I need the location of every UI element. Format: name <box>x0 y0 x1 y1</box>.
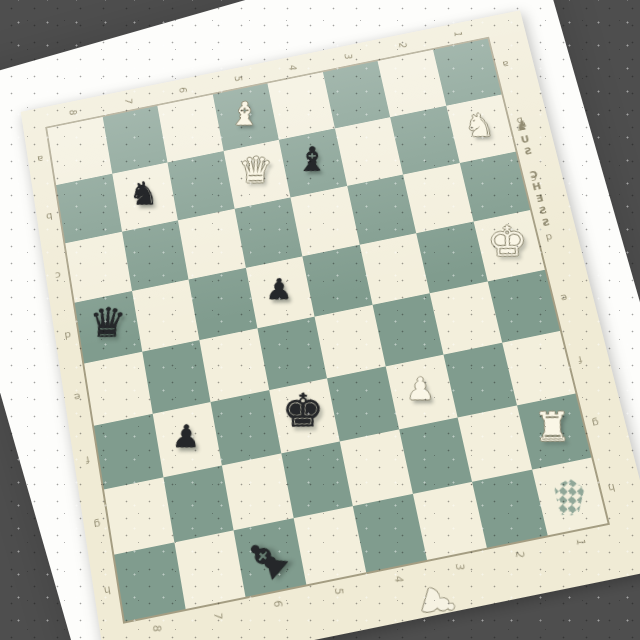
file-label-left-b: b <box>45 210 53 222</box>
file-label-left-f: f <box>84 453 90 466</box>
black-pawn-d5: ♟ <box>265 274 293 303</box>
file-label-left-c: c <box>55 269 62 281</box>
white-bishop-a5: ♝ <box>229 97 261 129</box>
file-label-left-h: h <box>103 583 112 597</box>
rank-label-bottom-3: 3 <box>453 563 466 570</box>
knight-icon: ♞ <box>513 118 529 134</box>
file-label-left-e: e <box>73 390 81 403</box>
square-e8 <box>84 352 152 426</box>
black-queen-d8: ♛ <box>87 302 127 343</box>
file-label-right-a: a <box>501 58 510 70</box>
square-e7 <box>142 340 211 414</box>
white-rook-g1: ♜ <box>533 407 571 447</box>
rank-label-top-7: 7 <box>122 98 134 104</box>
rank-label-bottom-6: 6 <box>271 600 284 607</box>
rank-label-top-8: 8 <box>67 109 79 115</box>
rank-label-top-4: 4 <box>287 64 299 70</box>
vinyl-chess-board: 87654321 87654321 abcdefgh abcdefgh ♝♞♛♝… <box>21 10 640 640</box>
white-pawn-f3: ♟ <box>406 373 435 404</box>
captured-white-pawn: ♟ <box>412 580 467 628</box>
file-label-left-d: d <box>64 329 72 342</box>
file-label-right-g: g <box>591 416 601 429</box>
black-king-f5: ♚ <box>281 387 324 433</box>
corner-crest <box>554 477 585 515</box>
file-label-left-a: a <box>37 153 45 165</box>
photo-scene: 87654321 87654321 abcdefgh abcdefgh ♝♞♛♝… <box>0 0 640 640</box>
rank-label-bottom-2: 2 <box>513 551 526 558</box>
rank-label-top-1: 1 <box>452 31 464 37</box>
file-label-right-e: e <box>560 291 569 304</box>
white-king-d1: ♚ <box>487 220 528 262</box>
square-f8 <box>94 414 163 490</box>
rank-label-bottom-1: 1 <box>574 538 587 545</box>
white-knight-b1: ♞ <box>464 109 495 141</box>
square-h8 <box>114 542 185 621</box>
white-queen-b5: ♛ <box>238 152 274 188</box>
rank-label-top-3: 3 <box>342 53 354 59</box>
fallen-black-bishop-h6: ♝ <box>232 525 301 592</box>
square-g8 <box>104 477 174 554</box>
rank-label-bottom-5: 5 <box>332 588 345 595</box>
black-pawn-f7: ♟ <box>171 420 201 451</box>
rank-label-top-6: 6 <box>177 87 189 93</box>
black-knight-b7: ♞ <box>128 177 160 209</box>
square-d7 <box>132 280 200 352</box>
rank-label-bottom-4: 4 <box>392 575 405 582</box>
rank-label-bottom-8: 8 <box>150 624 163 631</box>
rank-label-top-2: 2 <box>397 42 409 48</box>
file-label-right-f: f <box>576 353 583 366</box>
square-f7: ♟ <box>152 402 222 477</box>
file-label-right-h: h <box>607 481 617 495</box>
board-rotation-wrapper: 87654321 87654321 abcdefgh abcdefgh ♝♞♛♝… <box>0 0 640 640</box>
square-g7 <box>163 465 234 542</box>
file-label-left-g: g <box>93 517 102 531</box>
rank-label-top-5: 5 <box>232 76 244 82</box>
rank-label-bottom-7: 7 <box>211 612 224 619</box>
black-bishop-b4: ♝ <box>295 142 328 176</box>
